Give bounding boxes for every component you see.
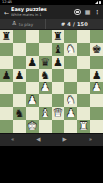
square-h6[interactable] <box>90 56 103 69</box>
square-f4[interactable] <box>64 82 77 95</box>
square-f6[interactable] <box>64 56 77 69</box>
square-g1[interactable]: ♜ <box>77 120 90 133</box>
puzzle-grid-icon[interactable]: ▦ <box>85 9 91 15</box>
battery-icon <box>99 1 101 4</box>
square-b7[interactable] <box>13 43 26 56</box>
black-knight-d5: ♞ <box>40 69 50 80</box>
white-rook-g1: ♜ <box>79 121 89 132</box>
square-a1[interactable] <box>0 120 13 133</box>
square-e8[interactable]: ♜ <box>52 30 65 43</box>
square-a8[interactable]: ♜ <box>0 30 13 43</box>
square-d3[interactable] <box>39 94 52 107</box>
black-pawn-c6: ♟ <box>27 56 37 67</box>
square-d2[interactable]: ♝ <box>39 107 52 120</box>
black-queen-d6: ♛ <box>40 56 50 67</box>
square-a2[interactable] <box>0 107 13 120</box>
toolbar: ← Easy puzzles White mates in 1 ▦ ⋮ <box>0 5 103 19</box>
square-g3[interactable] <box>77 94 90 107</box>
square-b3[interactable] <box>13 94 26 107</box>
black-pawn-e6: ♟ <box>53 56 63 67</box>
square-d5[interactable]: ♞ <box>39 69 52 82</box>
square-c6[interactable]: ♟ <box>26 56 39 69</box>
status-icons <box>95 1 101 4</box>
square-b1[interactable] <box>13 120 26 133</box>
square-g8[interactable] <box>77 30 90 43</box>
square-d4[interactable]: ♟ <box>39 82 52 95</box>
square-c7[interactable] <box>26 43 39 56</box>
square-d1[interactable] <box>39 120 52 133</box>
next-move-icon[interactable]: ▶ <box>62 137 66 143</box>
square-f2[interactable]: ♟ <box>64 107 77 120</box>
signal-icon <box>95 1 98 4</box>
puzzle-counter-box: # 4 / 150 <box>46 19 103 29</box>
white-knight-f7: ♞ <box>66 43 76 54</box>
square-a5[interactable]: ♟ <box>0 69 13 82</box>
square-b6[interactable] <box>13 56 26 69</box>
square-c2[interactable] <box>26 107 39 120</box>
black-rook-a8: ♜ <box>2 30 12 41</box>
overflow-menu-icon[interactable]: ⋮ <box>95 9 101 15</box>
page-subtitle: White mates in 1 <box>11 13 74 17</box>
white-pawn-icon: ♙ <box>12 21 17 27</box>
back-arrow-icon[interactable]: ← <box>2 9 11 16</box>
square-e4[interactable] <box>52 82 65 95</box>
square-c5[interactable] <box>26 69 39 82</box>
square-h4[interactable]: ♟ <box>90 82 103 95</box>
first-move-icon[interactable]: « <box>11 137 14 143</box>
square-f1[interactable] <box>64 120 77 133</box>
bottom-nav: «◀▶» <box>0 133 103 146</box>
square-e1[interactable] <box>52 120 65 133</box>
square-h1[interactable] <box>90 120 103 133</box>
side-to-move: ♙ to play <box>0 19 46 29</box>
square-e7[interactable]: ♝ <box>52 43 65 56</box>
white-pawn-c3: ♟ <box>27 95 37 106</box>
square-a3[interactable] <box>0 94 13 107</box>
square-a7[interactable] <box>0 43 13 56</box>
black-knight-b2: ♞ <box>14 108 24 119</box>
square-h8[interactable] <box>90 30 103 43</box>
square-f5[interactable] <box>64 69 77 82</box>
square-b5[interactable]: ♟ <box>13 69 26 82</box>
circled-square-icon[interactable] <box>74 9 81 16</box>
square-g2[interactable] <box>77 107 90 120</box>
square-a6[interactable] <box>0 56 13 69</box>
square-c3[interactable]: ♟ <box>26 94 39 107</box>
square-d7[interactable] <box>39 43 52 56</box>
square-f7[interactable]: ♞ <box>64 43 77 56</box>
square-e3[interactable] <box>52 94 65 107</box>
square-e6[interactable]: ♟ <box>52 56 65 69</box>
square-e2[interactable]: ♛ <box>52 107 65 120</box>
square-h7[interactable]: ♚ <box>90 43 103 56</box>
black-pawn-b5: ♟ <box>14 69 24 80</box>
square-g7[interactable] <box>77 43 90 56</box>
square-a4[interactable] <box>0 82 13 95</box>
square-h5[interactable]: ♟ <box>90 69 103 82</box>
square-b2[interactable]: ♞ <box>13 107 26 120</box>
ad-area <box>0 146 103 183</box>
black-pawn-a5: ♟ <box>2 69 12 80</box>
square-d8[interactable] <box>39 30 52 43</box>
circled-square-inner <box>76 11 78 13</box>
previous-move-icon[interactable]: ◀ <box>36 137 40 143</box>
square-h2[interactable] <box>90 107 103 120</box>
white-pawn-f2: ♟ <box>66 108 76 119</box>
square-g6[interactable] <box>77 56 90 69</box>
square-c1[interactable]: ♚ <box>26 120 39 133</box>
white-pawn-h4: ♟ <box>92 82 102 93</box>
puzzle-status-bar: ♙ to play # 4 / 150 <box>0 19 103 30</box>
puzzle-counter: # 4 / 150 <box>61 21 88 27</box>
last-move-icon[interactable]: » <box>89 137 92 143</box>
square-g5[interactable] <box>77 69 90 82</box>
black-bishop-e7: ♝ <box>53 43 63 54</box>
chess-board: ♜♜♝♞♚♟♛♟♟♟♞♟♟♟♟♞♞♝♛♟♚♜ <box>0 30 103 133</box>
square-d6[interactable]: ♛ <box>39 56 52 69</box>
toolbar-titles: Easy puzzles White mates in 1 <box>11 7 74 17</box>
side-to-move-label: to play <box>19 22 33 27</box>
white-bishop-d2: ♝ <box>40 108 50 119</box>
square-f3[interactable]: ♞ <box>64 94 77 107</box>
toolbar-actions: ▦ ⋮ <box>74 9 100 16</box>
white-knight-f3: ♞ <box>66 95 76 106</box>
black-pawn-h5: ♟ <box>92 69 102 80</box>
square-c4[interactable] <box>26 82 39 95</box>
square-b8[interactable] <box>13 30 26 43</box>
square-c8[interactable] <box>26 30 39 43</box>
square-b4[interactable] <box>13 82 26 95</box>
white-king-c1: ♚ <box>27 121 37 132</box>
square-h3[interactable] <box>90 94 103 107</box>
square-e5[interactable] <box>52 69 65 82</box>
white-queen-e2: ♛ <box>53 108 63 119</box>
chess-puzzle-app: 12:45 ← Easy puzzles White mates in 1 ▦ … <box>0 0 103 183</box>
black-rook-e8: ♜ <box>53 30 63 41</box>
black-king-h7: ♚ <box>92 43 102 54</box>
square-g4[interactable] <box>77 82 90 95</box>
white-pawn-d4: ♟ <box>40 82 50 93</box>
square-f8[interactable] <box>64 30 77 43</box>
